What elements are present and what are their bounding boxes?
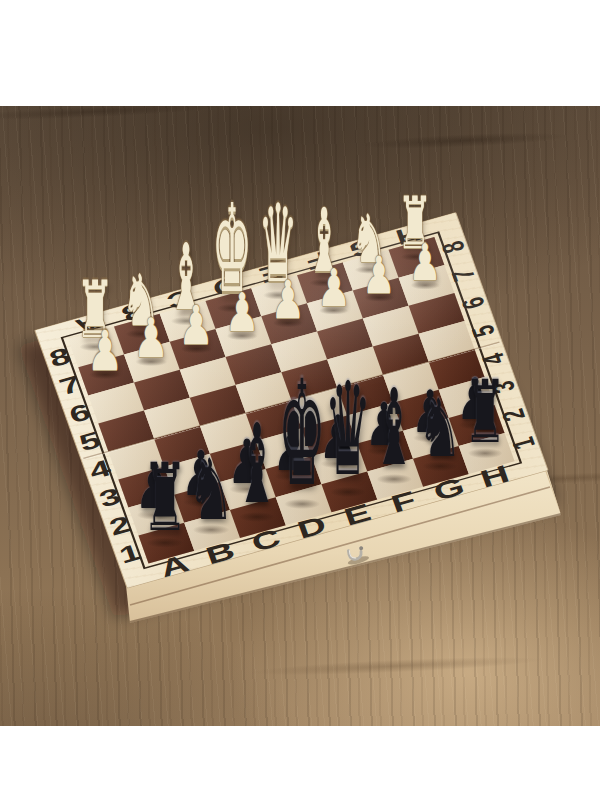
black-knight-glyph: ♞ — [187, 448, 234, 533]
white-pawn-glyph: ♟ — [363, 250, 396, 301]
white-pawn-glyph: ♟ — [409, 237, 442, 288]
black-queen-glyph: ♛ — [324, 366, 371, 495]
white-pawn-glyph: ♟ — [225, 286, 260, 339]
top-white-margin — [0, 0, 600, 106]
white-pawn-glyph: ♟ — [179, 298, 214, 352]
scene-world: ABCDEFGHABCDEFGH8765432187654321 ♜♞♝♚♛♝♞… — [0, 106, 600, 726]
black-king-glyph: ♚ — [278, 362, 326, 507]
black-bishop-glyph: ♝ — [373, 376, 415, 482]
white-pawn-glyph: ♟ — [87, 322, 123, 377]
white-pawn-glyph: ♟ — [317, 262, 351, 314]
black-rook-glyph: ♜ — [464, 369, 507, 456]
bottom-white-margin — [0, 726, 600, 800]
white-pawn-glyph: ♟ — [133, 310, 169, 365]
black-rook-glyph: ♜ — [142, 452, 188, 546]
black-bishop-glyph: ♝ — [235, 411, 278, 520]
black-knight-glyph: ♞ — [417, 389, 462, 469]
white-pawn-glyph: ♟ — [271, 274, 305, 327]
photo-area: ABCDEFGHABCDEFGH8765432187654321 ♜♞♝♚♛♝♞… — [0, 106, 600, 726]
